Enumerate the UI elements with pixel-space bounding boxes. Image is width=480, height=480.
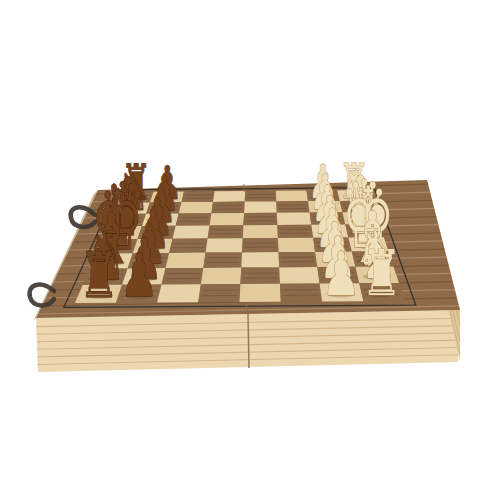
fold-seam-front [248, 314, 249, 369]
square-c3r5 [203, 252, 242, 268]
white-pawn: ♟ [322, 239, 361, 309]
chess-set-photo-svg: ♜♟♟♜♞♟♟♞♝♟♟♝♛♟♟♛♚♟♟♚♝♟♟♝♞♟♟♞♜♟♟♜ [0, 0, 480, 480]
white-rook: ♜ [361, 236, 401, 310]
square-c3r2 [210, 213, 245, 226]
square-c2r5 [166, 253, 206, 269]
square-c5r5 [279, 252, 318, 268]
chess-set-product-photo: ♜♟♟♜♞♟♟♞♝♟♟♝♛♟♟♛♚♟♟♚♝♟♟♝♞♟♟♞♜♟♟♜ [0, 0, 480, 480]
square-c4r6 [240, 267, 280, 284]
black-pawn: ♟ [120, 241, 158, 310]
square-c4r3 [243, 225, 278, 238]
square-c4r5 [241, 252, 279, 268]
square-c3r7 [198, 284, 240, 302]
square-c4r4 [242, 238, 279, 252]
square-c5r1 [276, 201, 309, 213]
black-rook: ♜ [79, 238, 119, 312]
square-c4r1 [244, 201, 277, 213]
square-c4r7 [240, 284, 281, 302]
square-c3r0 [213, 191, 245, 202]
square-c3r1 [211, 202, 244, 214]
square-c2r2 [176, 213, 212, 225]
square-c5r6 [279, 267, 319, 284]
square-c2r4 [169, 239, 208, 253]
square-c4r2 [243, 213, 277, 225]
square-c3r3 [208, 225, 244, 238]
square-c5r3 [277, 225, 313, 238]
square-c5r0 [276, 191, 308, 202]
square-c3r4 [206, 238, 243, 252]
square-c2r3 [173, 226, 210, 239]
square-c2r0 [182, 191, 215, 202]
square-c2r1 [179, 202, 213, 214]
square-c5r4 [278, 238, 315, 252]
square-c5r2 [277, 213, 312, 226]
square-c5r7 [280, 284, 322, 302]
square-c2r7 [157, 284, 201, 302]
square-c4r0 [245, 191, 277, 202]
square-c2r6 [162, 268, 204, 285]
square-c3r6 [201, 268, 241, 285]
